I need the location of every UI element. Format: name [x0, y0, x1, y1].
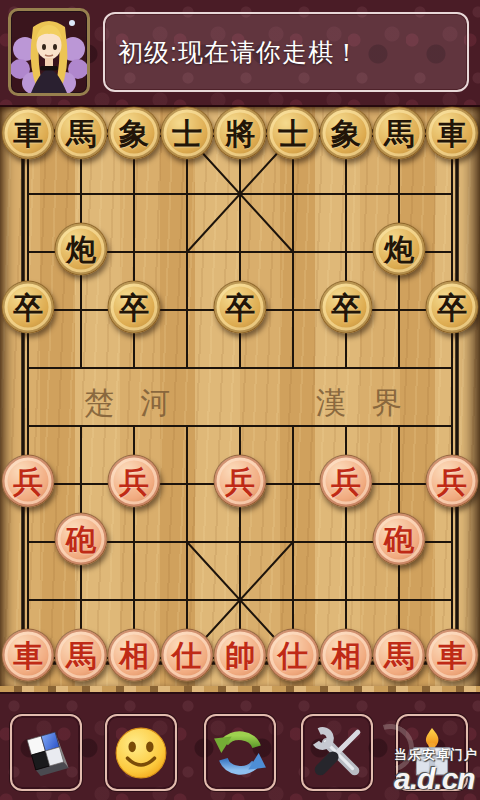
piece-character: 卒	[119, 292, 149, 322]
black-soldier-piece[interactable]: 卒	[214, 281, 267, 334]
piece-character: 砲	[66, 524, 96, 554]
wrench-screwdriver-icon	[309, 725, 365, 781]
piece-character: 砲	[384, 524, 414, 554]
anime-girl-avatar-icon	[11, 11, 87, 93]
top-status-bar: 初级:现在请你走棋！	[0, 0, 480, 107]
opponent-avatar[interactable]	[8, 8, 90, 96]
black-elephant-piece[interactable]: 象	[320, 107, 373, 160]
red-soldier-piece[interactable]: 兵	[108, 455, 161, 508]
red-chariot-piece[interactable]: 車	[2, 629, 55, 682]
red-horse-piece[interactable]: 馬	[55, 629, 108, 682]
piece-character: 馬	[384, 640, 414, 670]
piece-character: 兵	[225, 466, 255, 496]
piece-character: 仕	[278, 640, 308, 670]
eraser-cube-icon	[18, 725, 74, 781]
piece-character: 馬	[384, 118, 414, 148]
piece-character: 卒	[225, 292, 255, 322]
black-horse-piece[interactable]: 馬	[373, 107, 426, 160]
piece-character: 兵	[331, 466, 361, 496]
red-soldier-piece[interactable]: 兵	[426, 455, 479, 508]
red-elephant-piece[interactable]: 相	[108, 629, 161, 682]
piece-character: 車	[13, 640, 43, 670]
piece-character: 相	[119, 640, 149, 670]
black-soldier-piece[interactable]: 卒	[426, 281, 479, 334]
red-general-piece[interactable]: 帥	[214, 629, 267, 682]
status-message-bubble: 初级:现在请你走棋！	[103, 12, 469, 92]
river-label-left: 楚河	[84, 383, 196, 424]
emote-button[interactable]	[105, 714, 177, 791]
piece-character: 將	[225, 118, 255, 148]
red-cannon-piece[interactable]: 砲	[373, 513, 426, 566]
piece-character: 兵	[13, 466, 43, 496]
red-soldier-piece[interactable]: 兵	[2, 455, 55, 508]
piece-character: 卒	[437, 292, 467, 322]
black-soldier-piece[interactable]: 卒	[108, 281, 161, 334]
red-advisor-piece[interactable]: 仕	[267, 629, 320, 682]
black-chariot-piece[interactable]: 車	[2, 107, 55, 160]
piece-character: 車	[437, 640, 467, 670]
restart-button[interactable]	[204, 714, 276, 791]
refresh-arrows-icon	[212, 725, 268, 781]
piece-character: 車	[13, 118, 43, 148]
piece-character: 兵	[437, 466, 467, 496]
black-soldier-piece[interactable]: 卒	[320, 281, 373, 334]
red-horse-piece[interactable]: 馬	[373, 629, 426, 682]
piece-character: 卒	[331, 292, 361, 322]
status-message-text: 初级:现在请你走棋！	[118, 36, 360, 69]
bottom-toolbar: 当乐安卓门户 a.d.cn	[0, 692, 480, 800]
piece-character: 馬	[66, 640, 96, 670]
red-soldier-piece[interactable]: 兵	[214, 455, 267, 508]
piece-character: 兵	[119, 466, 149, 496]
red-soldier-piece[interactable]: 兵	[320, 455, 373, 508]
gift-box-icon	[404, 725, 460, 781]
black-cannon-piece[interactable]: 炮	[373, 223, 426, 276]
piece-character: 相	[331, 640, 361, 670]
promo-button[interactable]	[396, 714, 468, 791]
red-chariot-piece[interactable]: 車	[426, 629, 479, 682]
black-advisor-piece[interactable]: 士	[267, 107, 320, 160]
piece-character: 帥	[225, 640, 255, 670]
black-cannon-piece[interactable]: 炮	[55, 223, 108, 276]
piece-character: 馬	[66, 118, 96, 148]
xiangqi-board[interactable]: 楚河 漢界 車馬象士將士象馬車炮炮卒卒卒卒卒兵兵兵兵兵砲砲車馬相仕帥仕相馬車	[0, 107, 480, 692]
red-elephant-piece[interactable]: 相	[320, 629, 373, 682]
red-cannon-piece[interactable]: 砲	[55, 513, 108, 566]
piece-character: 士	[278, 118, 308, 148]
black-soldier-piece[interactable]: 卒	[2, 281, 55, 334]
piece-character: 炮	[66, 234, 96, 264]
black-elephant-piece[interactable]: 象	[108, 107, 161, 160]
piece-character: 車	[437, 118, 467, 148]
piece-character: 象	[119, 118, 149, 148]
black-chariot-piece[interactable]: 車	[426, 107, 479, 160]
piece-character: 炮	[384, 234, 414, 264]
black-horse-piece[interactable]: 馬	[55, 107, 108, 160]
black-advisor-piece[interactable]: 士	[161, 107, 214, 160]
black-general-piece[interactable]: 將	[214, 107, 267, 160]
piece-character: 卒	[13, 292, 43, 322]
xiangqi-app-screen: 初级:现在请你走棋！ 楚河 漢界 車馬象士將士象馬車炮炮卒卒卒卒卒兵兵兵兵兵砲砲…	[0, 0, 480, 800]
piece-character: 士	[172, 118, 202, 148]
river-label-right: 漢界	[316, 383, 428, 424]
piece-character: 仕	[172, 640, 202, 670]
piece-character: 象	[331, 118, 361, 148]
red-advisor-piece[interactable]: 仕	[161, 629, 214, 682]
smiley-icon	[113, 725, 169, 781]
undo-button[interactable]	[10, 714, 82, 791]
settings-button[interactable]	[301, 714, 373, 791]
